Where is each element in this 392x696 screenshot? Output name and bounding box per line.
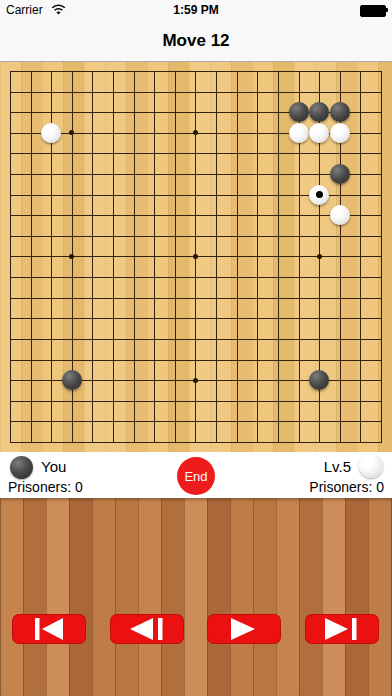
- last-move-marker: [316, 191, 323, 198]
- status-bar: Carrier 1:59 PM: [0, 0, 392, 20]
- star-point: [317, 254, 322, 259]
- white-stone: [309, 185, 329, 205]
- white-player-name: Lv.5: [324, 458, 351, 475]
- black-stone: [330, 164, 350, 184]
- step-back-button[interactable]: [110, 614, 184, 644]
- black-stone: [309, 370, 329, 390]
- black-stone: [309, 102, 329, 122]
- step-forward-button[interactable]: [207, 614, 281, 644]
- skip-to-end-button[interactable]: [305, 614, 379, 644]
- white-stone: [330, 123, 350, 143]
- end-button[interactable]: End: [177, 457, 215, 495]
- floor-panel: [0, 498, 392, 696]
- black-player-name: You: [41, 458, 66, 475]
- white-stone-icon: [359, 454, 383, 478]
- black-prisoners-label: Prisoners: 0: [8, 479, 83, 495]
- white-stone: [309, 123, 329, 143]
- black-stone: [330, 102, 350, 122]
- skip-to-start-button[interactable]: [12, 614, 86, 644]
- white-stone: [330, 205, 350, 225]
- black-stone: [62, 370, 82, 390]
- black-stone: [289, 102, 309, 122]
- step-forward-icon: [229, 618, 259, 640]
- move-title: Move 12: [0, 31, 392, 51]
- nav-bar: Move 12: [0, 20, 392, 62]
- skip-to-start-icon: [34, 618, 64, 640]
- white-stone: [41, 123, 61, 143]
- star-point: [69, 254, 74, 259]
- star-point: [69, 130, 74, 135]
- star-point: [193, 378, 198, 383]
- goban[interactable]: [0, 62, 392, 452]
- battery-icon: [360, 5, 386, 17]
- skip-to-end-icon: [325, 618, 359, 640]
- black-stone-icon: [10, 456, 33, 479]
- white-prisoners-label: Prisoners: 0: [309, 479, 384, 495]
- white-stone: [289, 123, 309, 143]
- step-back-icon: [130, 618, 164, 640]
- star-point: [193, 254, 198, 259]
- clock: 1:59 PM: [0, 3, 392, 17]
- goban-grid[interactable]: [10, 71, 382, 443]
- star-point: [193, 130, 198, 135]
